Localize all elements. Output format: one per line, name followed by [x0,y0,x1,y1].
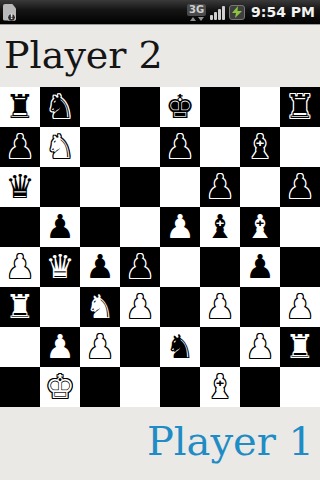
square-d8[interactable] [120,87,160,127]
white-knight[interactable]: ♞ [45,127,75,167]
square-h1[interactable] [280,367,320,407]
square-e2[interactable]: ♞ [160,327,200,367]
black-pawn[interactable]: ♟ [245,247,275,287]
black-bishop[interactable]: ♝ [245,127,275,167]
white-pawn[interactable]: ♟ [165,207,195,247]
square-f4[interactable] [200,247,240,287]
white-knight[interactable]: ♞ [85,287,115,327]
square-d3[interactable]: ♟ [120,287,160,327]
square-e8[interactable]: ♚ [160,87,200,127]
chess-board: ♜♞♚♜♟♞♟♝♛♟♟♟♟♝♝♟♛♟♟♟♜♞♟♟♟♟♟♞♟♜♚♝ [0,87,320,407]
square-a2[interactable] [0,327,40,367]
square-h5[interactable] [280,207,320,247]
square-b2[interactable]: ♟ [40,327,80,367]
square-g6[interactable] [240,167,280,207]
square-g1[interactable] [240,367,280,407]
square-c3[interactable]: ♞ [80,287,120,327]
square-a1[interactable] [0,367,40,407]
square-b4[interactable]: ♛ [40,247,80,287]
square-g2[interactable]: ♟ [240,327,280,367]
black-pawn[interactable]: ♟ [205,167,235,207]
square-e4[interactable] [160,247,200,287]
square-f5[interactable]: ♝ [200,207,240,247]
square-b8[interactable]: ♞ [40,87,80,127]
square-b7[interactable]: ♞ [40,127,80,167]
square-h6[interactable]: ♟ [280,167,320,207]
status-bar: ! 3G 9:54 PM [0,0,320,25]
black-pawn[interactable]: ♟ [165,127,195,167]
square-h4[interactable] [280,247,320,287]
square-d7[interactable] [120,127,160,167]
square-c2[interactable]: ♟ [80,327,120,367]
black-knight[interactable]: ♞ [45,87,75,127]
square-h7[interactable] [280,127,320,167]
white-pawn[interactable]: ♟ [85,327,115,367]
white-king[interactable]: ♚ [45,367,75,407]
square-f3[interactable]: ♟ [200,287,240,327]
square-g7[interactable]: ♝ [240,127,280,167]
white-pawn[interactable]: ♟ [285,287,315,327]
app-screen: ! 3G 9:54 PM Player 2 ♜♞♚♜♟♞♟♝♛♟♟♟♟♝♝♟♛♟… [0,0,320,480]
square-d6[interactable] [120,167,160,207]
square-c1[interactable] [80,367,120,407]
black-king[interactable]: ♚ [165,87,195,127]
square-a5[interactable] [0,207,40,247]
white-bishop[interactable]: ♝ [205,367,235,407]
square-d4[interactable]: ♟ [120,247,160,287]
black-queen[interactable]: ♛ [5,167,35,207]
white-bishop[interactable]: ♝ [245,207,275,247]
square-e1[interactable] [160,367,200,407]
square-c4[interactable]: ♟ [80,247,120,287]
white-pawn[interactable]: ♟ [245,327,275,367]
square-a6[interactable]: ♛ [0,167,40,207]
clock-text: 9:54 PM [249,4,317,20]
square-g8[interactable] [240,87,280,127]
white-pawn[interactable]: ♟ [5,247,35,287]
white-pawn[interactable]: ♟ [45,327,75,367]
square-a8[interactable]: ♜ [0,87,40,127]
square-c8[interactable] [80,87,120,127]
square-d5[interactable] [120,207,160,247]
square-d2[interactable] [120,327,160,367]
square-h2[interactable]: ♜ [280,327,320,367]
white-queen[interactable]: ♛ [45,247,75,287]
black-knight[interactable]: ♞ [165,327,195,367]
black-bishop[interactable]: ♝ [205,207,235,247]
square-f8[interactable] [200,87,240,127]
square-c5[interactable] [80,207,120,247]
square-g5[interactable]: ♝ [240,207,280,247]
square-h3[interactable]: ♟ [280,287,320,327]
black-pawn[interactable]: ♟ [5,127,35,167]
black-pawn[interactable]: ♟ [85,247,115,287]
white-rook[interactable]: ♜ [285,327,315,367]
square-b5[interactable]: ♟ [40,207,80,247]
sdcard-warning-icon: ! [3,4,16,21]
square-b1[interactable]: ♚ [40,367,80,407]
square-d1[interactable] [120,367,160,407]
square-a4[interactable]: ♟ [0,247,40,287]
black-rook[interactable]: ♜ [5,87,35,127]
square-e3[interactable] [160,287,200,327]
square-h8[interactable]: ♜ [280,87,320,127]
square-g4[interactable]: ♟ [240,247,280,287]
mobile-data-3g-icon: 3G [187,4,206,21]
black-pawn[interactable]: ♟ [45,207,75,247]
square-g3[interactable] [240,287,280,327]
black-pawn[interactable]: ♟ [125,247,155,287]
white-pawn[interactable]: ♟ [125,287,155,327]
signal-strength-icon [210,4,225,20]
square-a3[interactable]: ♜ [0,287,40,327]
square-b3[interactable] [40,287,80,327]
player2-label: Player 2 [0,25,320,87]
square-a7[interactable]: ♟ [0,127,40,167]
battery-charging-icon [229,5,245,20]
square-c7[interactable] [80,127,120,167]
white-rook[interactable]: ♜ [5,287,35,327]
square-e6[interactable] [160,167,200,207]
white-pawn[interactable]: ♟ [205,287,235,327]
square-f7[interactable] [200,127,240,167]
square-f1[interactable]: ♝ [200,367,240,407]
square-b6[interactable] [40,167,80,207]
square-e7[interactable]: ♟ [160,127,200,167]
black-rook[interactable]: ♜ [285,87,315,127]
square-f2[interactable] [200,327,240,367]
player1-label: Player 1 [0,407,320,480]
square-e5[interactable]: ♟ [160,207,200,247]
square-c6[interactable] [80,167,120,207]
square-f6[interactable]: ♟ [200,167,240,207]
black-pawn[interactable]: ♟ [285,167,315,207]
